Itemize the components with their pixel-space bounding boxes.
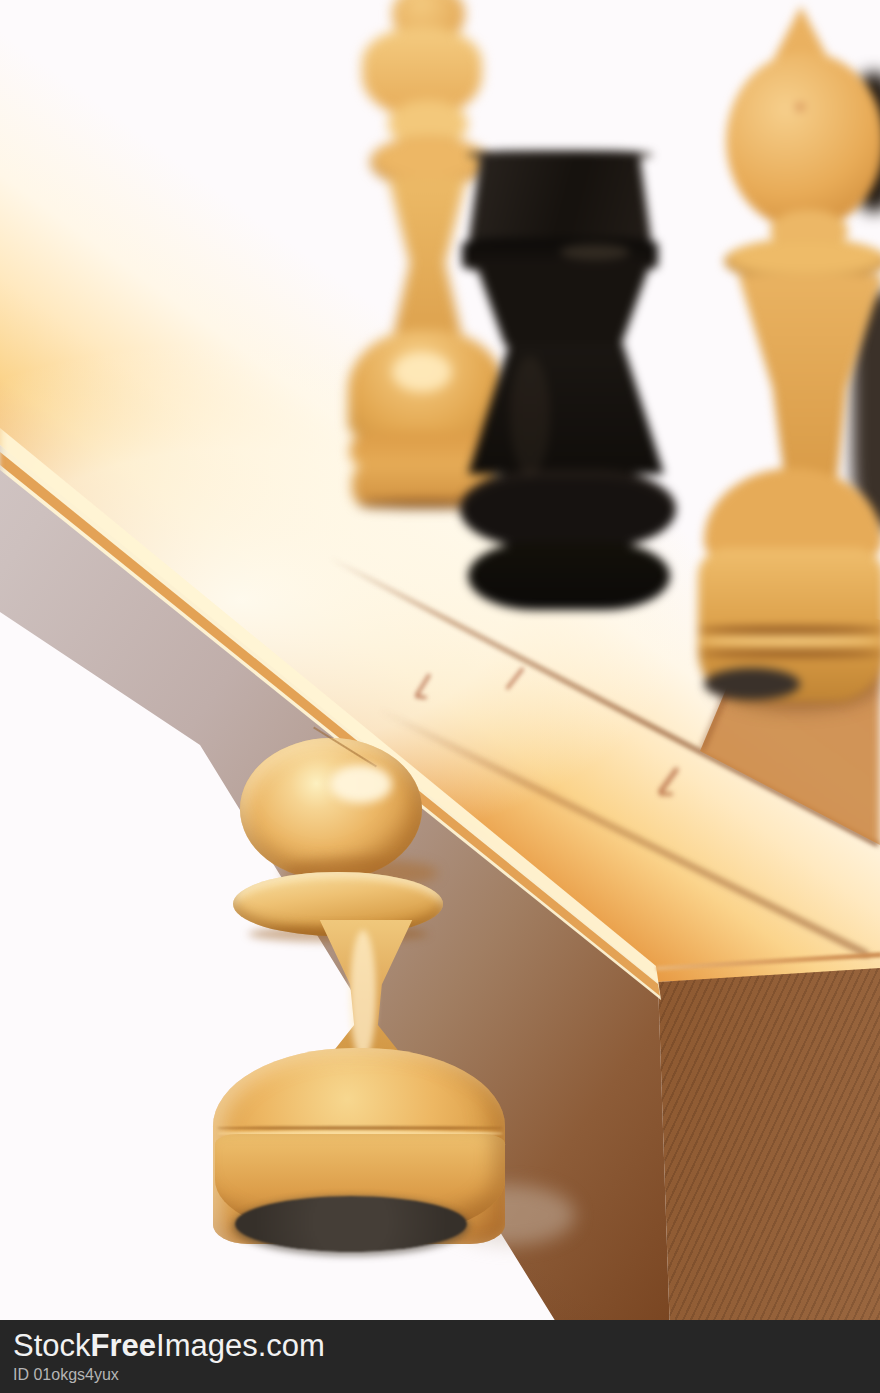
bishop-head-speck [796,104,804,110]
watermark-bar: StockFreeImages.com ID 01okgs4yux [0,1320,880,1393]
pawn-felt [235,1196,467,1252]
bishop-base-groove2 [698,650,880,657]
pawn-stem-sheen [350,930,376,1060]
border-mark-3 [655,765,681,801]
white-bishop: ♗ [692,0,880,708]
border-mark-1 [412,672,434,702]
stock-photo-chess-corner: ♟ ♕ ♜ ♗ [0,0,880,1393]
bishop-felt [704,668,800,700]
rook-groove [462,238,658,272]
bishop-base-groove1 [698,626,880,634]
rook-base-ring1 [460,470,676,548]
watermark-id: ID 01okgs4yux [13,1366,880,1384]
rook-sheen [510,356,550,476]
white-pawn: ♙ [190,730,520,1260]
bishop-base-light-band [698,636,880,646]
rook-crown [468,152,652,246]
bishop-head [726,52,880,230]
queen-specular [392,352,452,392]
watermark-brand-bold: Free [91,1328,156,1363]
pawn-head-specular [330,765,392,803]
pawn-base-groove-dark [217,1126,503,1130]
border-mark-2 [503,665,525,695]
black-rook: ♜ [450,146,690,614]
rook-groove-light [560,244,630,260]
rook-base-ring2 [468,542,670,610]
rook-neck [478,270,648,346]
rook-flare [468,344,664,474]
bishop-stem [734,276,880,492]
watermark-brand: StockFreeImages.com [13,1329,880,1363]
watermark-brand-prefix: Stock [13,1328,91,1363]
watermark-brand-suffix: Images.com [156,1328,325,1363]
